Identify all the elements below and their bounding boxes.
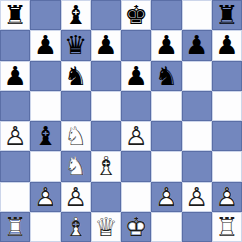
square-c3[interactable]: ♞♘: [61, 151, 91, 181]
square-a8[interactable]: ♜: [0, 0, 30, 30]
square-f5[interactable]: [151, 91, 181, 121]
square-h8[interactable]: ♜: [212, 0, 242, 30]
piece-fill-layer: ♟: [151, 30, 181, 60]
square-c8[interactable]: ♝: [61, 0, 91, 30]
piece-white-knight[interactable]: ♞♘: [61, 121, 91, 151]
piece-white-rook[interactable]: ♜♖: [0, 212, 30, 242]
square-e2[interactable]: [121, 182, 151, 212]
piece-black-bishop[interactable]: ♝: [30, 121, 60, 151]
square-h1[interactable]: ♜♖: [212, 212, 242, 242]
piece-fill-layer: ♟: [121, 61, 151, 91]
piece-white-pawn[interactable]: ♟♙: [61, 182, 91, 212]
square-a6[interactable]: ♟: [0, 61, 30, 91]
piece-outline-layer: ♖: [0, 212, 30, 242]
square-e5[interactable]: [121, 91, 151, 121]
piece-black-pawn[interactable]: ♟: [151, 30, 181, 60]
square-c4[interactable]: ♞♘: [61, 121, 91, 151]
piece-black-queen[interactable]: ♛: [61, 30, 91, 60]
square-d7[interactable]: ♟: [91, 30, 121, 60]
piece-outline-layer: ♙: [151, 182, 181, 212]
square-f1[interactable]: [151, 212, 181, 242]
piece-fill-layer: ♛: [61, 30, 91, 60]
piece-fill-layer: ♚: [121, 0, 151, 30]
square-g5[interactable]: [182, 91, 212, 121]
piece-black-pawn[interactable]: ♟: [182, 30, 212, 60]
piece-black-rook[interactable]: ♜: [0, 0, 30, 30]
square-d1[interactable]: ♛♕: [91, 212, 121, 242]
piece-white-pawn[interactable]: ♟♙: [212, 182, 242, 212]
square-e4[interactable]: ♟♙: [121, 121, 151, 151]
piece-fill-layer: ♟: [0, 61, 30, 91]
piece-outline-layer: ♘: [61, 151, 91, 181]
piece-black-knight[interactable]: ♞: [61, 61, 91, 91]
piece-fill-layer: ♟: [30, 30, 60, 60]
square-d2[interactable]: [91, 182, 121, 212]
square-e6[interactable]: ♟: [121, 61, 151, 91]
square-h6[interactable]: [212, 61, 242, 91]
square-g6[interactable]: [182, 61, 212, 91]
square-c1[interactable]: ♝♗: [61, 212, 91, 242]
square-d4[interactable]: [91, 121, 121, 151]
piece-black-bishop[interactable]: ♝: [61, 0, 91, 30]
square-g1[interactable]: [182, 212, 212, 242]
piece-fill-layer: ♞: [151, 61, 181, 91]
piece-white-bishop[interactable]: ♝♗: [91, 151, 121, 181]
square-b7[interactable]: ♟: [30, 30, 60, 60]
square-g8[interactable]: [182, 0, 212, 30]
square-a5[interactable]: [0, 91, 30, 121]
square-h3[interactable]: [212, 151, 242, 181]
square-c7[interactable]: ♛: [61, 30, 91, 60]
piece-black-king[interactable]: ♚: [121, 0, 151, 30]
piece-outline-layer: ♕: [91, 212, 121, 242]
piece-black-pawn[interactable]: ♟: [121, 61, 151, 91]
piece-fill-layer: ♟: [182, 30, 212, 60]
square-h7[interactable]: ♟: [212, 30, 242, 60]
piece-white-bishop[interactable]: ♝♗: [61, 212, 91, 242]
square-c2[interactable]: ♟♙: [61, 182, 91, 212]
square-e7[interactable]: [121, 30, 151, 60]
piece-fill-layer: ♞: [61, 61, 91, 91]
square-a4[interactable]: ♟♙: [0, 121, 30, 151]
square-c5[interactable]: [61, 91, 91, 121]
piece-fill-layer: ♝: [30, 121, 60, 151]
square-a7[interactable]: [0, 30, 30, 60]
piece-black-pawn[interactable]: ♟: [91, 30, 121, 60]
square-e8[interactable]: ♚: [121, 0, 151, 30]
square-f6[interactable]: ♞: [151, 61, 181, 91]
piece-fill-layer: ♟: [212, 30, 242, 60]
square-a2[interactable]: [0, 182, 30, 212]
piece-white-king[interactable]: ♚♔: [121, 212, 151, 242]
piece-fill-layer: ♜: [212, 0, 242, 30]
square-b1[interactable]: [30, 212, 60, 242]
piece-white-pawn[interactable]: ♟♙: [0, 121, 30, 151]
chess-board: ♜♝♚♜♟♛♟♟♟♟♟♞♟♞♟♙♝♞♘♟♙♞♘♝♗♟♙♟♙♟♙♟♙♟♙♜♖♝♗♛…: [0, 0, 242, 242]
piece-black-knight[interactable]: ♞: [151, 61, 181, 91]
square-e3[interactable]: [121, 151, 151, 181]
piece-fill-layer: ♜: [0, 0, 30, 30]
piece-black-pawn[interactable]: ♟: [212, 30, 242, 60]
square-g2[interactable]: ♟♙: [182, 182, 212, 212]
square-h2[interactable]: ♟♙: [212, 182, 242, 212]
square-g4[interactable]: [182, 121, 212, 151]
piece-outline-layer: ♙: [61, 182, 91, 212]
square-c6[interactable]: ♞: [61, 61, 91, 91]
square-e1[interactable]: ♚♔: [121, 212, 151, 242]
piece-outline-layer: ♗: [61, 212, 91, 242]
piece-white-pawn[interactable]: ♟♙: [151, 182, 181, 212]
piece-outline-layer: ♙: [0, 121, 30, 151]
piece-outline-layer: ♖: [212, 212, 242, 242]
square-a1[interactable]: ♜♖: [0, 212, 30, 242]
square-d3[interactable]: ♝♗: [91, 151, 121, 181]
piece-outline-layer: ♘: [61, 121, 91, 151]
square-a3[interactable]: [0, 151, 30, 181]
piece-white-pawn[interactable]: ♟♙: [121, 121, 151, 151]
square-b6[interactable]: [30, 61, 60, 91]
square-d8[interactable]: [91, 0, 121, 30]
piece-outline-layer: ♙: [212, 182, 242, 212]
square-d6[interactable]: [91, 61, 121, 91]
square-f8[interactable]: [151, 0, 181, 30]
piece-white-knight[interactable]: ♞♘: [61, 151, 91, 181]
square-f3[interactable]: [151, 151, 181, 181]
square-b8[interactable]: [30, 0, 60, 30]
square-f7[interactable]: ♟: [151, 30, 181, 60]
piece-fill-layer: ♝: [61, 0, 91, 30]
piece-fill-layer: ♟: [91, 30, 121, 60]
piece-black-pawn[interactable]: ♟: [30, 30, 60, 60]
square-b4[interactable]: ♝: [30, 121, 60, 151]
square-h5[interactable]: [212, 91, 242, 121]
square-g7[interactable]: ♟: [182, 30, 212, 60]
square-f2[interactable]: ♟♙: [151, 182, 181, 212]
piece-outline-layer: ♔: [121, 212, 151, 242]
piece-black-rook[interactable]: ♜: [212, 0, 242, 30]
piece-white-pawn[interactable]: ♟♙: [30, 182, 60, 212]
square-b2[interactable]: ♟♙: [30, 182, 60, 212]
piece-white-pawn[interactable]: ♟♙: [182, 182, 212, 212]
piece-outline-layer: ♙: [121, 121, 151, 151]
square-b3[interactable]: [30, 151, 60, 181]
piece-black-pawn[interactable]: ♟: [0, 61, 30, 91]
piece-white-rook[interactable]: ♜♖: [212, 212, 242, 242]
piece-outline-layer: ♙: [182, 182, 212, 212]
square-f4[interactable]: [151, 121, 181, 151]
piece-white-queen[interactable]: ♛♕: [91, 212, 121, 242]
square-h4[interactable]: [212, 121, 242, 151]
square-b5[interactable]: [30, 91, 60, 121]
piece-outline-layer: ♙: [30, 182, 60, 212]
square-d5[interactable]: [91, 91, 121, 121]
square-g3[interactable]: [182, 151, 212, 181]
piece-outline-layer: ♗: [91, 151, 121, 181]
